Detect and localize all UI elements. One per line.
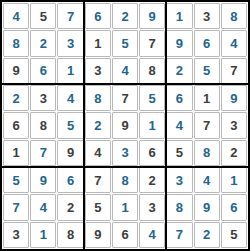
cell-r2c4[interactable]: 1	[85, 30, 111, 56]
block-divider-vertical-2	[165, 2, 167, 249]
cell-r2c7[interactable]: 9	[166, 30, 192, 56]
cell-r6c8[interactable]: 8	[194, 140, 220, 166]
cell-r8c5[interactable]: 1	[112, 194, 138, 220]
cell-r7c8[interactable]: 4	[194, 167, 220, 193]
cell-r1c2[interactable]: 5	[30, 3, 56, 29]
cell-r6c3[interactable]: 9	[57, 140, 83, 166]
cell-r5c3[interactable]: 5	[57, 112, 83, 138]
cell-r2c8[interactable]: 6	[194, 30, 220, 56]
cell-r5c8[interactable]: 7	[194, 112, 220, 138]
cell-r8c8[interactable]: 9	[194, 194, 220, 220]
cell-r9c9[interactable]: 5	[221, 222, 247, 248]
cell-r4c9[interactable]: 9	[221, 85, 247, 111]
cell-r9c6[interactable]: 4	[139, 222, 165, 248]
cell-r9c8[interactable]: 2	[194, 222, 220, 248]
cell-r5c9[interactable]: 3	[221, 112, 247, 138]
cell-r6c4[interactable]: 4	[85, 140, 111, 166]
cell-r5c7[interactable]: 4	[166, 112, 192, 138]
sudoku-board: 4576291388231579649613482572348756196852…	[0, 0, 250, 251]
cell-r3c3[interactable]: 1	[57, 58, 83, 84]
cell-r4c6[interactable]: 5	[139, 85, 165, 111]
cell-r3c9[interactable]: 7	[221, 58, 247, 84]
cell-r2c9[interactable]: 4	[221, 30, 247, 56]
cell-r7c7[interactable]: 3	[166, 167, 192, 193]
cell-r3c2[interactable]: 6	[30, 58, 56, 84]
cell-r2c1[interactable]: 8	[3, 30, 29, 56]
cell-r4c1[interactable]: 2	[3, 85, 29, 111]
cell-r7c4[interactable]: 7	[85, 167, 111, 193]
cell-r1c4[interactable]: 6	[85, 3, 111, 29]
cell-r8c1[interactable]: 7	[3, 194, 29, 220]
cell-r6c7[interactable]: 5	[166, 140, 192, 166]
cell-r4c5[interactable]: 7	[112, 85, 138, 111]
cell-r7c6[interactable]: 2	[139, 167, 165, 193]
cell-r1c6[interactable]: 9	[139, 3, 165, 29]
cell-r5c1[interactable]: 6	[3, 112, 29, 138]
cell-r9c3[interactable]: 8	[57, 222, 83, 248]
cell-r9c1[interactable]: 3	[3, 222, 29, 248]
cell-r1c8[interactable]: 3	[194, 3, 220, 29]
cell-r8c6[interactable]: 3	[139, 194, 165, 220]
cell-r3c4[interactable]: 3	[85, 58, 111, 84]
cell-r5c6[interactable]: 1	[139, 112, 165, 138]
cell-r3c1[interactable]: 9	[3, 58, 29, 84]
cell-r6c2[interactable]: 7	[30, 140, 56, 166]
cell-r9c5[interactable]: 6	[112, 222, 138, 248]
cell-r8c9[interactable]: 6	[221, 194, 247, 220]
cell-r4c8[interactable]: 1	[194, 85, 220, 111]
cell-r1c9[interactable]: 8	[221, 3, 247, 29]
cell-r2c2[interactable]: 2	[30, 30, 56, 56]
cell-r9c7[interactable]: 7	[166, 222, 192, 248]
cell-r1c1[interactable]: 4	[3, 3, 29, 29]
cell-r4c4[interactable]: 8	[85, 85, 111, 111]
cell-r6c9[interactable]: 2	[221, 140, 247, 166]
cell-r9c2[interactable]: 1	[30, 222, 56, 248]
cell-r6c5[interactable]: 3	[112, 140, 138, 166]
cell-r4c7[interactable]: 6	[166, 85, 192, 111]
cell-r1c5[interactable]: 2	[112, 3, 138, 29]
cell-r7c3[interactable]: 6	[57, 167, 83, 193]
cell-r5c5[interactable]: 9	[112, 112, 138, 138]
cell-r7c2[interactable]: 9	[30, 167, 56, 193]
cell-r9c4[interactable]: 9	[85, 222, 111, 248]
block-divider-horizontal-2	[2, 166, 248, 168]
block-divider-vertical-1	[83, 2, 85, 249]
cell-r7c1[interactable]: 5	[3, 167, 29, 193]
cell-r2c3[interactable]: 3	[57, 30, 83, 56]
cell-r6c1[interactable]: 1	[3, 140, 29, 166]
cell-r5c4[interactable]: 2	[85, 112, 111, 138]
cell-r4c3[interactable]: 4	[57, 85, 83, 111]
cell-r1c7[interactable]: 1	[166, 3, 192, 29]
cell-r6c6[interactable]: 6	[139, 140, 165, 166]
cell-r8c4[interactable]: 5	[85, 194, 111, 220]
sudoku-grid: 4576291388231579649613482572348756196852…	[3, 3, 247, 248]
block-divider-horizontal-1	[2, 83, 248, 85]
cell-r2c5[interactable]: 5	[112, 30, 138, 56]
cell-r7c5[interactable]: 8	[112, 167, 138, 193]
cell-r2c6[interactable]: 7	[139, 30, 165, 56]
cell-r3c7[interactable]: 2	[166, 58, 192, 84]
cell-r3c6[interactable]: 8	[139, 58, 165, 84]
cell-r5c2[interactable]: 8	[30, 112, 56, 138]
cell-r3c5[interactable]: 4	[112, 58, 138, 84]
cell-r1c3[interactable]: 7	[57, 3, 83, 29]
cell-r3c8[interactable]: 5	[194, 58, 220, 84]
cell-r8c7[interactable]: 8	[166, 194, 192, 220]
cell-r8c3[interactable]: 2	[57, 194, 83, 220]
cell-r8c2[interactable]: 4	[30, 194, 56, 220]
cell-r7c9[interactable]: 1	[221, 167, 247, 193]
cell-r4c2[interactable]: 3	[30, 85, 56, 111]
